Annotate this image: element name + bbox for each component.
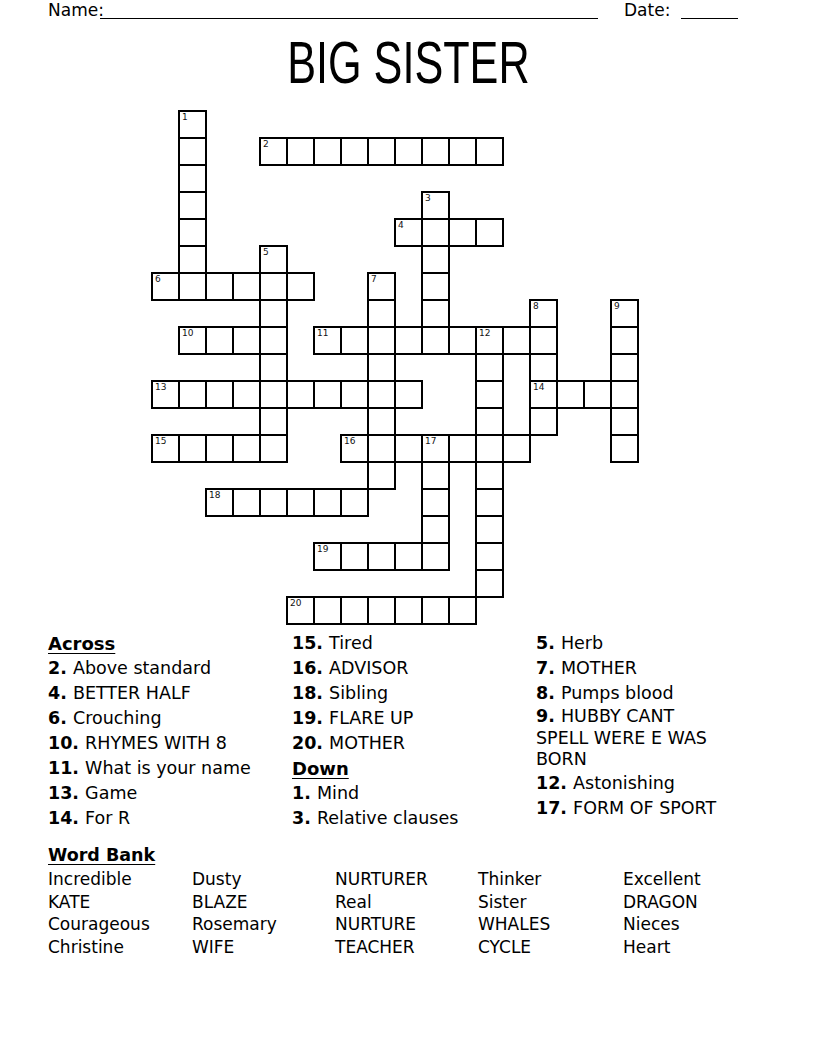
grid-cell-r14c6[interactable]	[313, 488, 342, 517]
grid-cell-r11c4[interactable]	[259, 407, 288, 436]
clue-number-2: 2	[263, 139, 269, 149]
grid-cell-r3c10[interactable]: 3	[421, 191, 450, 220]
clue-number-19: 19	[317, 544, 328, 554]
grid-cell-r8c6[interactable]: 11	[313, 326, 342, 355]
grid-cell-r8c1[interactable]: 10	[178, 326, 207, 355]
grid-cell-r6c3[interactable]	[232, 272, 261, 301]
grid-cell-r14c10[interactable]	[421, 488, 450, 517]
grid-cell-r5c10[interactable]	[421, 245, 450, 274]
grid-cell-r7c14[interactable]: 8	[529, 299, 558, 328]
grid-cell-r10c8[interactable]	[367, 380, 396, 409]
grid-cell-r7c4[interactable]	[259, 299, 288, 328]
grid-cell-r1c6[interactable]	[313, 137, 342, 166]
clue-5: 5. Herb	[536, 631, 766, 656]
grid-cell-r10c1[interactable]	[178, 380, 207, 409]
clue-number-4: 4	[398, 220, 404, 230]
word-bank-word-dusty: Dusty	[192, 868, 277, 891]
clue-14: 14. For R	[48, 806, 288, 831]
grid-cell-r8c12[interactable]: 12	[475, 326, 504, 355]
word-bank-column: DustyBLAZERosemaryWIFE	[192, 868, 277, 959]
grid-cell-r10c15[interactable]	[556, 380, 585, 409]
grid-cell-r12c10[interactable]: 17	[421, 434, 450, 463]
grid-cell-r16c10[interactable]	[421, 542, 450, 571]
clue-8: 8. Pumps blood	[536, 681, 766, 706]
clue-1: 1. Mind	[292, 781, 532, 806]
clue-6: 6. Crouching	[48, 706, 288, 731]
grid-cell-r1c12[interactable]	[475, 137, 504, 166]
word-bank-column: ExcellentDRAGONNiecesHeart	[623, 868, 701, 959]
clue-20: 20. MOTHER	[292, 731, 532, 756]
grid-cell-r11c8[interactable]	[367, 407, 396, 436]
grid-cell-r1c9[interactable]	[394, 137, 423, 166]
clue-17: 17. FORM OF SPORT	[536, 796, 766, 821]
clue-number-14: 14	[533, 382, 544, 392]
word-bank-word-heart: Heart	[623, 936, 701, 959]
grid-cell-r11c17[interactable]	[610, 407, 639, 436]
grid-cell-r16c6[interactable]: 19	[313, 542, 342, 571]
clue-number-10: 10	[182, 328, 193, 338]
grid-cell-r14c12[interactable]	[475, 488, 504, 517]
grid-cell-r7c17[interactable]: 9	[610, 299, 639, 328]
grid-cell-r10c14[interactable]: 14	[529, 380, 558, 409]
clue-9: 9. HUBBY CANT	[536, 706, 766, 728]
grid-cell-r16c7[interactable]	[340, 542, 369, 571]
word-bank-word-kate: KATE	[48, 891, 150, 914]
grid-cell-r8c11[interactable]	[448, 326, 477, 355]
grid-cell-r13c8[interactable]	[367, 461, 396, 490]
clue-number-3: 3	[425, 193, 431, 203]
word-bank-word-incredible: Incredible	[48, 868, 150, 891]
grid-cell-r10c3[interactable]	[232, 380, 261, 409]
grid-cell-r12c9[interactable]	[394, 434, 423, 463]
grid-cell-r12c17[interactable]	[610, 434, 639, 463]
clue-15: 15. Tired	[292, 631, 532, 656]
clue-number-8: 8	[533, 301, 539, 311]
clue-number-7: 7	[371, 274, 377, 284]
grid-cell-r6c4[interactable]	[259, 272, 288, 301]
grid-cell-r8c2[interactable]	[205, 326, 234, 355]
clue-4: 4. BETTER HALF	[48, 681, 288, 706]
grid-cell-r8c4[interactable]	[259, 326, 288, 355]
grid-cell-r18c9[interactable]	[394, 596, 423, 625]
grid-cell-r8c10[interactable]	[421, 326, 450, 355]
grid-cell-r6c2[interactable]	[205, 272, 234, 301]
grid-cell-r10c17[interactable]	[610, 380, 639, 409]
grid-cell-r3c1[interactable]	[178, 191, 207, 220]
grid-cell-r18c8[interactable]	[367, 596, 396, 625]
clue-number-11: 11	[317, 328, 328, 338]
grid-cell-r9c12[interactable]	[475, 353, 504, 382]
grid-cell-r12c12[interactable]	[475, 434, 504, 463]
grid-cell-r6c1[interactable]	[178, 272, 207, 301]
grid-cell-r11c14[interactable]	[529, 407, 558, 436]
word-bank-word-sister: Sister	[478, 891, 550, 914]
word-bank-word-excellent: Excellent	[623, 868, 701, 891]
grid-cell-r12c3[interactable]	[232, 434, 261, 463]
grid-cell-r12c0[interactable]: 15	[151, 434, 180, 463]
grid-cell-r17c12[interactable]	[475, 569, 504, 598]
word-bank-header: Word Bank	[48, 845, 155, 865]
grid-cell-r10c7[interactable]	[340, 380, 369, 409]
grid-cell-r1c10[interactable]	[421, 137, 450, 166]
clue-number-12: 12	[479, 328, 490, 338]
grid-cell-r18c10[interactable]	[421, 596, 450, 625]
word-bank-word-nurturer: NURTURER	[335, 868, 428, 891]
word-bank-column: ThinkerSisterWHALESCYCLE	[478, 868, 550, 959]
grid-cell-r10c6[interactable]	[313, 380, 342, 409]
word-bank-word-dragon: DRAGON	[623, 891, 701, 914]
clue-9-line3: BORN	[536, 749, 766, 771]
clue-number-16: 16	[344, 436, 355, 446]
grid-cell-r18c5[interactable]: 20	[286, 596, 315, 625]
grid-cell-r6c0[interactable]: 6	[151, 272, 180, 301]
grid-cell-r12c13[interactable]	[502, 434, 531, 463]
grid-cell-r8c7[interactable]	[340, 326, 369, 355]
clue-10: 10. RHYMES WITH 8	[48, 731, 288, 756]
word-bank-word-wife: WIFE	[192, 936, 277, 959]
clue-column-left: Across2. Above standard4. BETTER HALF6. …	[48, 631, 288, 831]
grid-cell-r12c1[interactable]	[178, 434, 207, 463]
clue-number-15: 15	[155, 436, 166, 446]
word-bank-word-blaze: BLAZE	[192, 891, 277, 914]
grid-cell-r7c8[interactable]	[367, 299, 396, 328]
clue-number-17: 17	[425, 436, 436, 446]
grid-cell-r1c4[interactable]: 2	[259, 137, 288, 166]
grid-cell-r14c3[interactable]	[232, 488, 261, 517]
grid-cell-r8c9[interactable]	[394, 326, 423, 355]
grid-cell-r13c10[interactable]	[421, 461, 450, 490]
grid-cell-r4c11[interactable]	[448, 218, 477, 247]
grid-cell-r18c6[interactable]	[313, 596, 342, 625]
grid-cell-r9c17[interactable]	[610, 353, 639, 382]
clue-number-5: 5	[263, 247, 269, 257]
clue-column-right: 5. Herb7. MOTHER8. Pumps blood9. HUBBY C…	[536, 631, 766, 821]
word-bank-word-teacher: TEACHER	[335, 936, 428, 959]
grid-cell-r6c10[interactable]	[421, 272, 450, 301]
title-wrap: BIG SISTER	[0, 36, 816, 90]
date-input-line[interactable]	[681, 1, 738, 19]
grid-cell-r1c5[interactable]	[286, 137, 315, 166]
clue-7: 7. MOTHER	[536, 656, 766, 681]
grid-cell-r10c16[interactable]	[583, 380, 612, 409]
clue-number-18: 18	[209, 490, 220, 500]
grid-cell-r1c7[interactable]	[340, 137, 369, 166]
grid-cell-r4c10[interactable]	[421, 218, 450, 247]
grid-cell-r10c9[interactable]	[394, 380, 423, 409]
word-bank-word-christine: Christine	[48, 936, 150, 959]
grid-cell-r5c4[interactable]: 5	[259, 245, 288, 274]
grid-cell-r10c4[interactable]	[259, 380, 288, 409]
clue-3: 3. Relative clauses	[292, 806, 532, 831]
grid-cell-r9c4[interactable]	[259, 353, 288, 382]
clue-number-9: 9	[614, 301, 620, 311]
grid-cell-r8c3[interactable]	[232, 326, 261, 355]
grid-cell-r16c9[interactable]	[394, 542, 423, 571]
grid-cell-r15c12[interactable]	[475, 515, 504, 544]
grid-cell-r12c4[interactable]	[259, 434, 288, 463]
clue-18: 18. Sibling	[292, 681, 532, 706]
clue-number-6: 6	[155, 274, 161, 284]
grid-cell-r14c4[interactable]	[259, 488, 288, 517]
clue-13: 13. Game	[48, 781, 288, 806]
grid-cell-r10c2[interactable]	[205, 380, 234, 409]
clue-16: 16. ADVISOR	[292, 656, 532, 681]
clue-11: 11. What is your name	[48, 756, 288, 781]
crossword-grid: 1234567891011121314151617181920	[151, 110, 640, 626]
grid-cell-r8c14[interactable]	[529, 326, 558, 355]
grid-cell-r18c7[interactable]	[340, 596, 369, 625]
grid-cell-r4c1[interactable]	[178, 218, 207, 247]
grid-cell-r12c11[interactable]	[448, 434, 477, 463]
grid-cell-r1c8[interactable]	[367, 137, 396, 166]
grid-cell-r14c7[interactable]	[340, 488, 369, 517]
grid-cell-r0c1[interactable]: 1	[178, 110, 207, 139]
word-bank-word-thinker: Thinker	[478, 868, 550, 891]
clue-number-1: 1	[182, 112, 188, 122]
grid-cell-r14c5[interactable]	[286, 488, 315, 517]
grid-cell-r9c8[interactable]	[367, 353, 396, 382]
word-bank-column: NURTURERRealNURTURETEACHER	[335, 868, 428, 959]
word-bank-word-nurture: NURTURE	[335, 913, 428, 936]
grid-cell-r6c8[interactable]: 7	[367, 272, 396, 301]
grid-cell-r1c11[interactable]	[448, 137, 477, 166]
clue-9-line2: SPELL WERE E WAS	[536, 728, 766, 750]
grid-cell-r11c12[interactable]	[475, 407, 504, 436]
clue-number-20: 20	[290, 598, 301, 608]
clue-19: 19. FLARE UP	[292, 706, 532, 731]
grid-cell-r8c17[interactable]	[610, 326, 639, 355]
clues-header-down: Down	[292, 756, 532, 781]
grid-cell-r16c8[interactable]	[367, 542, 396, 571]
clue-2: 2. Above standard	[48, 656, 288, 681]
grid-cell-r12c8[interactable]	[367, 434, 396, 463]
grid-cell-r12c7[interactable]: 16	[340, 434, 369, 463]
grid-cell-r5c1[interactable]	[178, 245, 207, 274]
word-bank-column: IncredibleKATECourageousChristine	[48, 868, 150, 959]
date-label: Date:	[624, 1, 670, 19]
grid-cell-r16c12[interactable]	[475, 542, 504, 571]
grid-cell-r15c10[interactable]	[421, 515, 450, 544]
name-input-line[interactable]	[100, 1, 598, 19]
word-bank-word-cycle: CYCLE	[478, 936, 550, 959]
grid-cell-r10c12[interactable]	[475, 380, 504, 409]
grid-cell-r6c5[interactable]	[286, 272, 315, 301]
grid-cell-r4c12[interactable]	[475, 218, 504, 247]
word-bank-word-rosemary: Rosemary	[192, 913, 277, 936]
clue-column-middle: 15. Tired16. ADVISOR18. Sibling19. FLARE…	[292, 631, 532, 831]
word-bank-word-courageous: Courageous	[48, 913, 150, 936]
name-label: Name:	[48, 1, 104, 19]
word-bank-word-real: Real	[335, 891, 428, 914]
grid-cell-r4c9[interactable]: 4	[394, 218, 423, 247]
grid-cell-r10c0[interactable]: 13	[151, 380, 180, 409]
clue-12: 12. Astonishing	[536, 771, 766, 796]
word-bank-word-whales: WHALES	[478, 913, 550, 936]
clues-header-across: Across	[48, 631, 288, 656]
page-title: BIG SISTER	[287, 36, 529, 90]
grid-cell-r18c11[interactable]	[448, 596, 477, 625]
grid-cell-r1c1[interactable]	[178, 137, 207, 166]
grid-cell-r9c14[interactable]	[529, 353, 558, 382]
grid-cell-r8c13[interactable]	[502, 326, 531, 355]
grid-cell-r2c1[interactable]	[178, 164, 207, 193]
clue-number-13: 13	[155, 382, 166, 392]
grid-cell-r13c12[interactable]	[475, 461, 504, 490]
grid-cell-r12c2[interactable]	[205, 434, 234, 463]
grid-cell-r8c8[interactable]	[367, 326, 396, 355]
grid-cell-r10c5[interactable]	[286, 380, 315, 409]
grid-cell-r14c2[interactable]: 18	[205, 488, 234, 517]
grid-cell-r7c10[interactable]	[421, 299, 450, 328]
word-bank-word-nieces: Nieces	[623, 913, 701, 936]
